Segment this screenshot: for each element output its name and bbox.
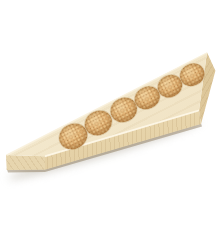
product-photo-stage — [0, 0, 220, 230]
